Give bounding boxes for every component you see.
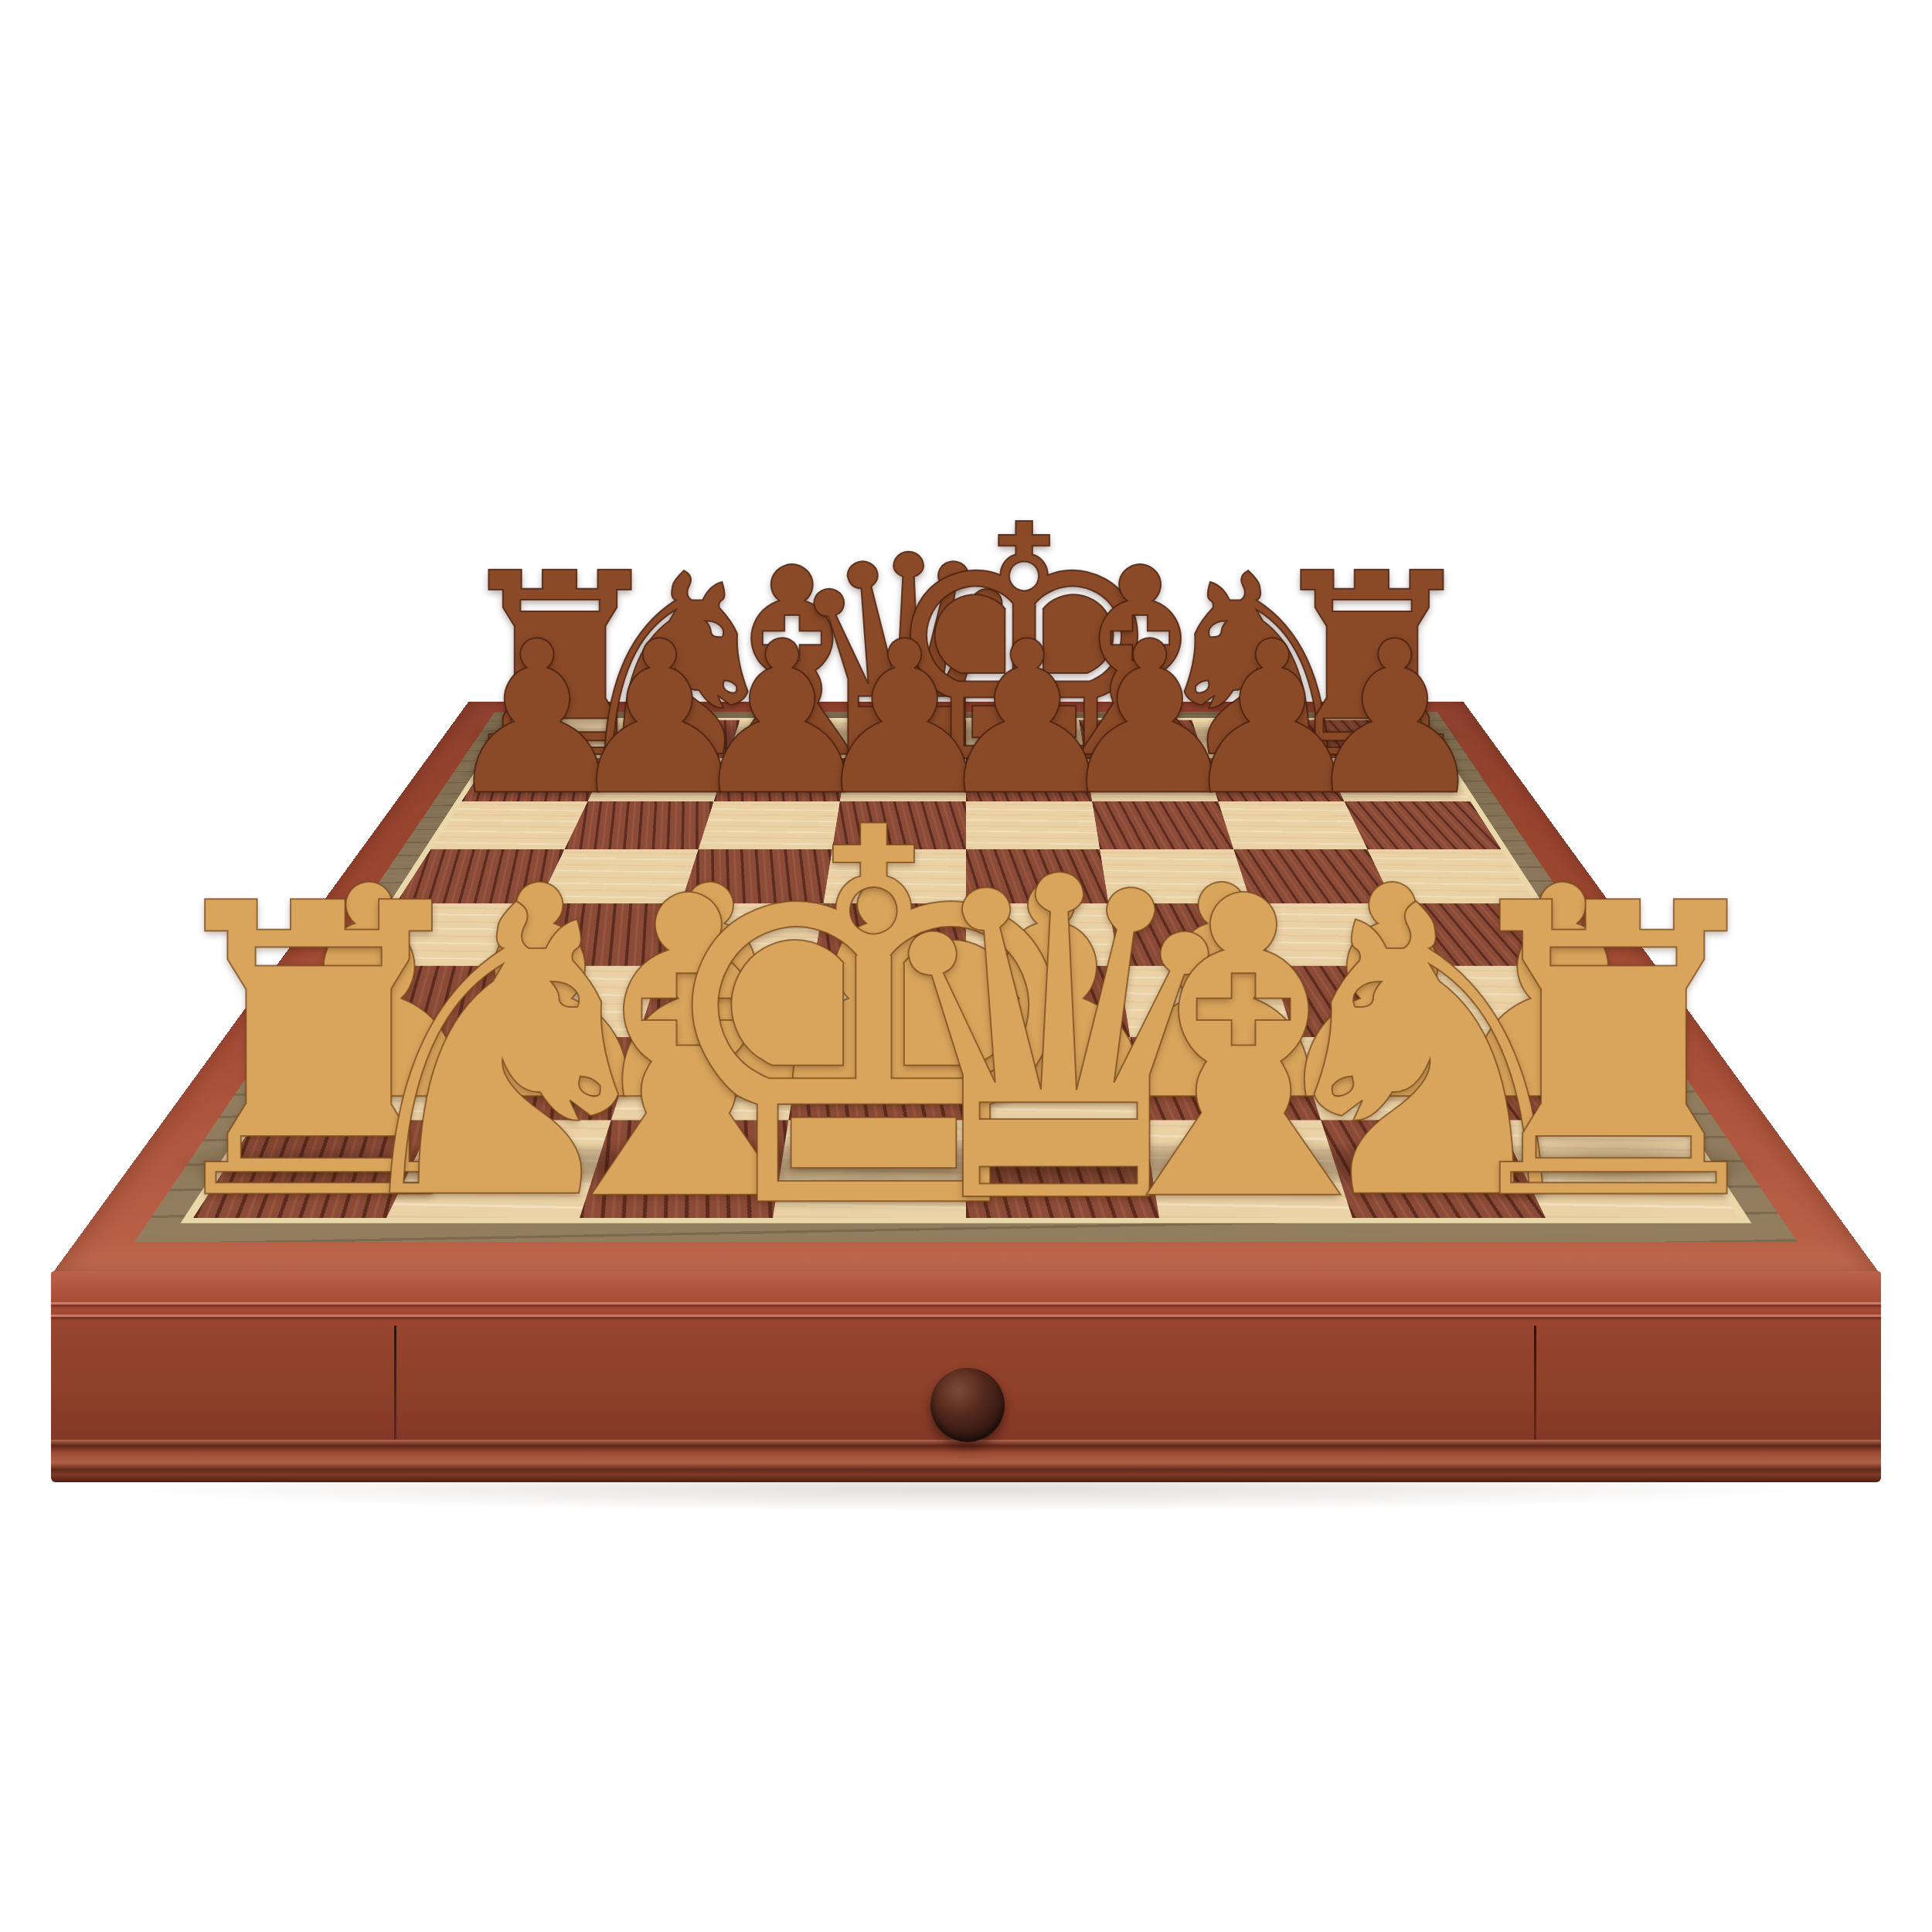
piece-white-rook-h1[interactable]: ♜ [1433,852,1794,1256]
pieces-layer: ♜♞♝♛♚♝♞♜♟♟♟♟♟♟♟♟♟♟♟♟♟♟♟♟♜♞♝♚♛♝♞♜ [0,0,1932,1932]
chess-set-scene: ♜♞♝♛♚♝♞♜♟♟♟♟♟♟♟♟♟♟♟♟♟♟♟♟♜♞♝♚♛♝♞♜ [0,0,1932,1932]
piece-black-pawn-h7[interactable]: ♟ [1301,614,1490,825]
